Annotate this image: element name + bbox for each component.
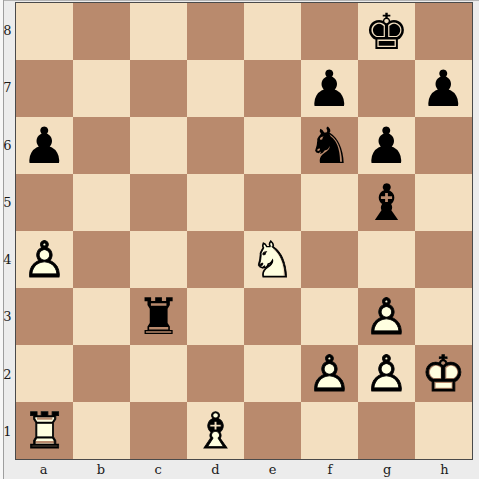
white-king-outline-icon: ♔ xyxy=(415,345,472,402)
square-d8[interactable] xyxy=(187,3,244,60)
square-g8[interactable]: ♚ xyxy=(358,3,415,60)
piece-black-pawn[interactable]: ♟ xyxy=(415,60,472,117)
square-c7[interactable] xyxy=(130,60,187,117)
square-c3[interactable]: ♜ xyxy=(130,288,187,345)
piece-white-pawn[interactable]: ♟♙ xyxy=(16,231,73,288)
white-bishop-outline-icon: ♗ xyxy=(187,402,244,459)
square-d1[interactable]: ♝♗ xyxy=(187,402,244,459)
square-d7[interactable] xyxy=(187,60,244,117)
file-label-f: f xyxy=(301,460,358,479)
rank-label-4: 4 xyxy=(0,231,15,288)
square-e3[interactable] xyxy=(244,288,301,345)
square-a5[interactable] xyxy=(16,174,73,231)
piece-white-pawn[interactable]: ♟♙ xyxy=(301,345,358,402)
square-h3[interactable] xyxy=(415,288,472,345)
square-f7[interactable]: ♟ xyxy=(301,60,358,117)
piece-white-knight[interactable]: ♞♘ xyxy=(244,231,301,288)
rank-label-5: 5 xyxy=(0,174,15,231)
square-e7[interactable] xyxy=(244,60,301,117)
square-d4[interactable] xyxy=(187,231,244,288)
square-g5[interactable]: ♝ xyxy=(358,174,415,231)
square-f3[interactable] xyxy=(301,288,358,345)
piece-black-pawn[interactable]: ♟ xyxy=(301,60,358,117)
square-g7[interactable] xyxy=(358,60,415,117)
square-h8[interactable] xyxy=(415,3,472,60)
square-b4[interactable] xyxy=(73,231,130,288)
square-h7[interactable]: ♟ xyxy=(415,60,472,117)
piece-black-knight[interactable]: ♞ xyxy=(301,117,358,174)
square-c1[interactable] xyxy=(130,402,187,459)
piece-white-pawn[interactable]: ♟♙ xyxy=(358,288,415,345)
square-f6[interactable]: ♞ xyxy=(301,117,358,174)
rank-label-7: 7 xyxy=(0,59,15,116)
square-f8[interactable] xyxy=(301,3,358,60)
square-g2[interactable]: ♟♙ xyxy=(358,345,415,402)
panel-top-edge xyxy=(0,0,479,1)
square-e6[interactable] xyxy=(244,117,301,174)
square-a3[interactable] xyxy=(16,288,73,345)
square-h5[interactable] xyxy=(415,174,472,231)
piece-black-rook[interactable]: ♜ xyxy=(130,288,187,345)
black-rook-icon: ♜ xyxy=(130,288,187,345)
file-label-a: a xyxy=(15,460,72,479)
square-b1[interactable] xyxy=(73,402,130,459)
file-label-g: g xyxy=(359,460,416,479)
file-label-e: e xyxy=(244,460,301,479)
piece-white-bishop[interactable]: ♝♗ xyxy=(187,402,244,459)
file-labels: abcdefgh xyxy=(15,460,473,479)
square-g1[interactable] xyxy=(358,402,415,459)
square-g3[interactable]: ♟♙ xyxy=(358,288,415,345)
square-f2[interactable]: ♟♙ xyxy=(301,345,358,402)
black-bishop-icon: ♝ xyxy=(358,174,415,231)
piece-black-pawn[interactable]: ♟ xyxy=(16,117,73,174)
square-e8[interactable] xyxy=(244,3,301,60)
square-b5[interactable] xyxy=(73,174,130,231)
file-label-c: c xyxy=(130,460,187,479)
square-b8[interactable] xyxy=(73,3,130,60)
square-b7[interactable] xyxy=(73,60,130,117)
rank-label-6: 6 xyxy=(0,117,15,174)
square-e4[interactable]: ♞♘ xyxy=(244,231,301,288)
black-king-icon: ♚ xyxy=(358,3,415,60)
black-knight-icon: ♞ xyxy=(301,117,358,174)
piece-black-king[interactable]: ♚ xyxy=(358,3,415,60)
square-b2[interactable] xyxy=(73,345,130,402)
square-g4[interactable] xyxy=(358,231,415,288)
white-rook-outline-icon: ♖ xyxy=(16,402,73,459)
square-b6[interactable] xyxy=(73,117,130,174)
rank-label-8: 8 xyxy=(0,2,15,59)
white-pawn-outline-icon: ♙ xyxy=(358,345,415,402)
square-d2[interactable] xyxy=(187,345,244,402)
piece-black-pawn[interactable]: ♟ xyxy=(358,117,415,174)
square-f4[interactable] xyxy=(301,231,358,288)
square-h6[interactable] xyxy=(415,117,472,174)
black-pawn-icon: ♟ xyxy=(301,60,358,117)
white-pawn-outline-icon: ♙ xyxy=(301,345,358,402)
square-a7[interactable] xyxy=(16,60,73,117)
black-pawn-icon: ♟ xyxy=(358,117,415,174)
square-f5[interactable] xyxy=(301,174,358,231)
square-d5[interactable] xyxy=(187,174,244,231)
chess-board[interactable]: ♚♟♟♟♞♟♝♟♙♞♘♜♟♙♟♙♟♙♚♔♜♖♝♗ xyxy=(15,2,473,460)
rank-label-2: 2 xyxy=(0,346,15,403)
piece-white-pawn[interactable]: ♟♙ xyxy=(358,345,415,402)
white-pawn-outline-icon: ♙ xyxy=(358,288,415,345)
square-b3[interactable] xyxy=(73,288,130,345)
piece-white-king[interactable]: ♚♔ xyxy=(415,345,472,402)
file-label-b: b xyxy=(72,460,129,479)
square-c4[interactable] xyxy=(130,231,187,288)
square-e5[interactable] xyxy=(244,174,301,231)
file-label-d: d xyxy=(187,460,244,479)
square-a4[interactable]: ♟♙ xyxy=(16,231,73,288)
white-knight-outline-icon: ♘ xyxy=(244,231,301,288)
square-e2[interactable] xyxy=(244,345,301,402)
rank-labels: 87654321 xyxy=(0,2,15,460)
piece-white-rook[interactable]: ♜♖ xyxy=(16,402,73,459)
square-f1[interactable] xyxy=(301,402,358,459)
square-c8[interactable] xyxy=(130,3,187,60)
black-pawn-icon: ♟ xyxy=(16,117,73,174)
square-c6[interactable] xyxy=(130,117,187,174)
square-a8[interactable] xyxy=(16,3,73,60)
square-a2[interactable] xyxy=(16,345,73,402)
square-a1[interactable]: ♜♖ xyxy=(16,402,73,459)
rank-label-3: 3 xyxy=(0,288,15,345)
square-h1[interactable] xyxy=(415,402,472,459)
square-d3[interactable] xyxy=(187,288,244,345)
black-pawn-icon: ♟ xyxy=(415,60,472,117)
square-h4[interactable] xyxy=(415,231,472,288)
square-c5[interactable] xyxy=(130,174,187,231)
square-c2[interactable] xyxy=(130,345,187,402)
piece-black-bishop[interactable]: ♝ xyxy=(358,174,415,231)
rank-label-1: 1 xyxy=(0,403,15,460)
square-e1[interactable] xyxy=(244,402,301,459)
file-label-h: h xyxy=(416,460,473,479)
white-pawn-outline-icon: ♙ xyxy=(16,231,73,288)
square-d6[interactable] xyxy=(187,117,244,174)
square-h2[interactable]: ♚♔ xyxy=(415,345,472,402)
square-a6[interactable]: ♟ xyxy=(16,117,73,174)
square-g6[interactable]: ♟ xyxy=(358,117,415,174)
